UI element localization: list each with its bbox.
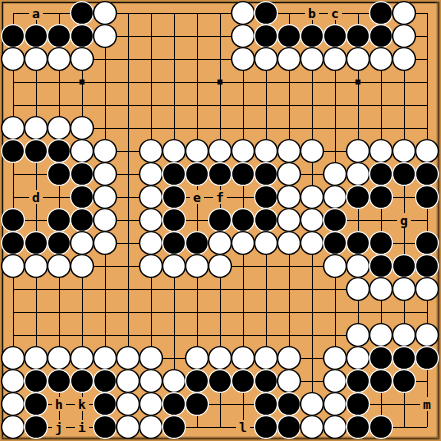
go-diagram: abcdefghkmjil — [0, 0, 441, 441]
black-stone — [48, 140, 71, 163]
point-label: e — [193, 190, 201, 205]
white-stone — [186, 255, 209, 278]
point-label: m — [423, 397, 431, 412]
point-label: c — [331, 6, 339, 21]
black-stone — [163, 416, 186, 439]
black-stone — [25, 140, 48, 163]
white-stone — [416, 324, 439, 347]
white-stone — [393, 48, 416, 71]
black-stone — [209, 370, 232, 393]
black-stone — [370, 347, 393, 370]
white-stone — [140, 163, 163, 186]
black-stone — [71, 209, 94, 232]
black-stone — [324, 25, 347, 48]
white-stone — [347, 48, 370, 71]
black-stone — [324, 232, 347, 255]
white-stone — [278, 347, 301, 370]
black-stone — [278, 25, 301, 48]
black-stone — [2, 140, 25, 163]
white-stone — [324, 370, 347, 393]
white-stone — [416, 278, 439, 301]
white-stone — [370, 278, 393, 301]
black-stone — [370, 163, 393, 186]
black-stone — [255, 2, 278, 25]
black-stone — [255, 370, 278, 393]
black-stone — [25, 393, 48, 416]
white-stone — [140, 186, 163, 209]
board-edge-shadow-bottom — [2, 437, 439, 440]
white-stone — [48, 117, 71, 140]
black-stone — [370, 370, 393, 393]
white-stone — [347, 140, 370, 163]
black-stone — [2, 209, 25, 232]
black-stone — [232, 163, 255, 186]
black-stone — [163, 163, 186, 186]
white-stone — [117, 416, 140, 439]
white-stone — [209, 232, 232, 255]
black-stone — [347, 232, 370, 255]
point-label: a — [32, 6, 40, 21]
white-stone — [71, 347, 94, 370]
white-stone — [140, 370, 163, 393]
white-stone — [94, 25, 117, 48]
white-stone — [255, 48, 278, 71]
white-stone — [48, 48, 71, 71]
white-stone — [416, 140, 439, 163]
white-stone — [278, 48, 301, 71]
white-stone — [140, 393, 163, 416]
white-stone — [2, 416, 25, 439]
black-stone — [370, 25, 393, 48]
black-stone — [48, 25, 71, 48]
black-stone — [232, 370, 255, 393]
white-stone — [347, 347, 370, 370]
white-stone — [324, 416, 347, 439]
white-stone — [347, 278, 370, 301]
white-stone — [278, 209, 301, 232]
point-label: d — [32, 190, 40, 205]
white-stone — [140, 232, 163, 255]
black-stone — [324, 209, 347, 232]
white-stone — [94, 347, 117, 370]
white-stone — [301, 48, 324, 71]
white-stone — [301, 232, 324, 255]
white-stone — [347, 255, 370, 278]
white-stone — [140, 209, 163, 232]
white-stone — [2, 255, 25, 278]
black-stone — [94, 370, 117, 393]
black-stone — [163, 186, 186, 209]
black-stone — [186, 232, 209, 255]
black-stone — [48, 370, 71, 393]
point-label: i — [78, 420, 86, 435]
black-stone — [48, 163, 71, 186]
white-stone — [255, 232, 278, 255]
black-stone — [416, 186, 439, 209]
white-stone — [48, 347, 71, 370]
black-stone — [186, 370, 209, 393]
black-stone — [71, 186, 94, 209]
white-stone — [2, 370, 25, 393]
white-stone — [94, 140, 117, 163]
black-stone — [232, 209, 255, 232]
white-stone — [232, 25, 255, 48]
white-stone — [94, 209, 117, 232]
star-point — [80, 80, 85, 85]
white-stone — [140, 416, 163, 439]
white-stone — [117, 370, 140, 393]
white-stone — [209, 140, 232, 163]
black-stone — [301, 25, 324, 48]
white-stone — [255, 140, 278, 163]
white-stone — [301, 186, 324, 209]
point-label: k — [78, 397, 86, 412]
black-stone — [370, 232, 393, 255]
white-stone — [94, 232, 117, 255]
white-stone — [163, 370, 186, 393]
black-stone — [163, 209, 186, 232]
white-stone — [25, 117, 48, 140]
black-stone — [209, 209, 232, 232]
black-stone — [347, 393, 370, 416]
white-stone — [2, 48, 25, 71]
white-stone — [25, 255, 48, 278]
black-stone — [347, 370, 370, 393]
white-stone — [278, 163, 301, 186]
black-stone — [370, 416, 393, 439]
white-stone — [140, 140, 163, 163]
white-stone — [301, 393, 324, 416]
black-stone — [393, 163, 416, 186]
black-stone — [186, 163, 209, 186]
white-stone — [71, 140, 94, 163]
star-point — [218, 80, 223, 85]
white-stone — [324, 48, 347, 71]
white-stone — [324, 163, 347, 186]
black-stone — [393, 370, 416, 393]
white-stone — [117, 393, 140, 416]
black-stone — [48, 209, 71, 232]
white-stone — [347, 324, 370, 347]
white-stone — [324, 255, 347, 278]
white-stone — [393, 25, 416, 48]
white-stone — [232, 232, 255, 255]
white-stone — [186, 140, 209, 163]
black-stone — [370, 186, 393, 209]
point-label: h — [55, 397, 63, 412]
white-stone — [255, 347, 278, 370]
white-stone — [232, 347, 255, 370]
white-stone — [278, 140, 301, 163]
black-stone — [94, 393, 117, 416]
black-stone — [278, 416, 301, 439]
black-stone — [370, 2, 393, 25]
black-stone — [393, 255, 416, 278]
white-stone — [278, 370, 301, 393]
black-stone — [278, 393, 301, 416]
black-stone — [2, 232, 25, 255]
black-stone — [163, 232, 186, 255]
white-stone — [232, 2, 255, 25]
black-stone — [25, 25, 48, 48]
white-stone — [71, 232, 94, 255]
point-label: b — [308, 6, 316, 21]
black-stone — [416, 255, 439, 278]
point-label: f — [216, 190, 224, 205]
white-stone — [324, 393, 347, 416]
white-stone — [347, 163, 370, 186]
black-stone — [370, 255, 393, 278]
white-stone — [209, 255, 232, 278]
white-stone — [25, 347, 48, 370]
white-stone — [94, 2, 117, 25]
black-stone — [25, 416, 48, 439]
black-stone — [255, 393, 278, 416]
white-stone — [232, 48, 255, 71]
black-stone — [94, 416, 117, 439]
black-stone — [347, 25, 370, 48]
white-stone — [94, 163, 117, 186]
white-stone — [2, 117, 25, 140]
white-stone — [94, 186, 117, 209]
star-point — [356, 80, 361, 85]
white-stone — [324, 186, 347, 209]
white-stone — [301, 416, 324, 439]
white-stone — [393, 140, 416, 163]
white-stone — [186, 347, 209, 370]
white-stone — [301, 140, 324, 163]
black-stone — [416, 347, 439, 370]
black-stone — [209, 163, 232, 186]
white-stone — [2, 393, 25, 416]
white-stone — [2, 347, 25, 370]
board-edge-shadow-right — [437, 2, 440, 439]
white-stone — [370, 140, 393, 163]
black-stone — [255, 416, 278, 439]
black-stone — [25, 370, 48, 393]
white-stone — [48, 255, 71, 278]
black-stone — [71, 163, 94, 186]
point-label: j — [55, 420, 63, 435]
black-stone — [416, 163, 439, 186]
black-stone — [347, 186, 370, 209]
white-stone — [209, 347, 232, 370]
black-stone — [71, 25, 94, 48]
white-stone — [393, 278, 416, 301]
white-stone — [71, 117, 94, 140]
white-stone — [163, 140, 186, 163]
white-stone — [278, 186, 301, 209]
black-stone — [25, 232, 48, 255]
black-stone — [347, 416, 370, 439]
black-stone — [255, 186, 278, 209]
white-stone — [25, 48, 48, 71]
black-stone — [255, 163, 278, 186]
white-stone — [393, 324, 416, 347]
black-stone — [163, 393, 186, 416]
white-stone — [278, 232, 301, 255]
black-stone — [71, 2, 94, 25]
white-stone — [370, 324, 393, 347]
white-stone — [393, 2, 416, 25]
white-stone — [301, 209, 324, 232]
white-stone — [71, 48, 94, 71]
white-stone — [232, 140, 255, 163]
black-stone — [71, 370, 94, 393]
black-stone — [255, 209, 278, 232]
black-stone — [393, 347, 416, 370]
point-label: l — [239, 420, 247, 435]
white-stone — [163, 255, 186, 278]
white-stone — [140, 255, 163, 278]
white-stone — [370, 48, 393, 71]
black-stone — [186, 393, 209, 416]
white-stone — [324, 347, 347, 370]
white-stone — [71, 255, 94, 278]
go-board[interactable]: abcdefghkmjil — [0, 0, 441, 441]
point-label: g — [400, 213, 408, 228]
black-stone — [416, 232, 439, 255]
white-stone — [140, 347, 163, 370]
white-stone — [117, 347, 140, 370]
black-stone — [48, 232, 71, 255]
black-stone — [2, 25, 25, 48]
black-stone — [255, 25, 278, 48]
